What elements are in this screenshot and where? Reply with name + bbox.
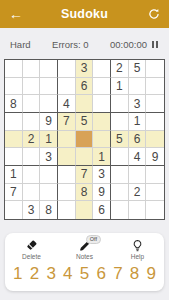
grid-cell-r6c4[interactable]: [58, 148, 76, 166]
grid-cell-r1c1[interactable]: [5, 60, 23, 78]
grid-cell-r2c4[interactable]: [58, 78, 76, 96]
grid-cell-r2c2[interactable]: [23, 78, 41, 96]
grid-cell-r7c1[interactable]: 1: [5, 166, 23, 184]
help-label: Help: [131, 253, 144, 260]
page-title: Sudoku: [0, 7, 169, 21]
grid-cell-r4c4[interactable]: 7: [58, 113, 76, 131]
grid-cell-r6c1[interactable]: [5, 148, 23, 166]
grid-cell-r7c7[interactable]: [111, 166, 129, 184]
grid-cell-r8c1[interactable]: 7: [5, 184, 23, 202]
grid-cell-r4c2[interactable]: [23, 113, 41, 131]
grid-cell-r9c7[interactable]: [111, 201, 129, 219]
grid-cell-r5c2[interactable]: 2: [23, 131, 41, 149]
grid-cell-r3c2[interactable]: [23, 95, 41, 113]
grid-cell-r5c6[interactable]: [93, 131, 111, 149]
grid-cell-r8c4[interactable]: [58, 184, 76, 202]
grid-cell-r6c6[interactable]: 1: [93, 148, 111, 166]
numpad-8[interactable]: 8: [130, 264, 139, 284]
grid-cell-r9c8[interactable]: [129, 201, 147, 219]
restart-icon[interactable]: [147, 8, 160, 21]
grid-cell-r5c7[interactable]: 5: [111, 131, 129, 149]
grid-cell-r6c8[interactable]: 4: [129, 148, 147, 166]
notes-button[interactable]: Off Notes: [68, 239, 102, 260]
toolbar: Delete Off Notes Help: [5, 239, 164, 260]
grid-cell-r1c3[interactable]: [40, 60, 58, 78]
number-pad: 123456789: [5, 264, 164, 284]
lightbulb-icon: [131, 239, 144, 252]
grid-cell-r1c6[interactable]: [93, 60, 111, 78]
back-arrow-icon[interactable]: ←: [9, 7, 25, 21]
control-panel: Delete Off Notes Help 123456789: [5, 233, 164, 291]
grid-cell-r9c2[interactable]: 3: [23, 201, 41, 219]
grid-cell-r9c1[interactable]: [5, 201, 23, 219]
grid-cell-r7c8[interactable]: [129, 166, 147, 184]
grid-cell-r6c3[interactable]: 3: [40, 148, 58, 166]
grid-cell-r9c6[interactable]: 6: [93, 201, 111, 219]
numpad-4[interactable]: 4: [63, 264, 72, 284]
numpad-2[interactable]: 2: [30, 264, 39, 284]
numpad-6[interactable]: 6: [96, 264, 105, 284]
grid-cell-r3c9[interactable]: [146, 95, 164, 113]
grid-cell-r9c9[interactable]: [146, 201, 164, 219]
grid-cell-r5c3[interactable]: 1: [40, 131, 58, 149]
numpad-3[interactable]: 3: [46, 264, 55, 284]
grid-cell-r1c2[interactable]: [23, 60, 41, 78]
grid-cell-r1c7[interactable]: 2: [111, 60, 129, 78]
grid-cell-r6c2[interactable]: [23, 148, 41, 166]
notes-off-badge: Off: [86, 235, 100, 244]
grid-cell-r2c3[interactable]: [40, 78, 58, 96]
grid-cell-r4c1[interactable]: [5, 113, 23, 131]
grid-cell-r5c1[interactable]: [5, 131, 23, 149]
grid-cell-r9c5[interactable]: [76, 201, 94, 219]
grid-cell-r7c5[interactable]: 7: [76, 166, 94, 184]
grid-cell-r7c6[interactable]: 3: [93, 166, 111, 184]
grid-cell-r8c2[interactable]: [23, 184, 41, 202]
delete-label: Delete: [22, 253, 41, 260]
notes-label: Notes: [76, 253, 93, 260]
grid-cell-r2c5[interactable]: 6: [76, 78, 94, 96]
grid-cell-r8c5[interactable]: 8: [76, 184, 94, 202]
sudoku-board: 325618439751215631491737892386: [4, 59, 165, 220]
grid-cell-r7c4[interactable]: [58, 166, 76, 184]
grid-cell-r4c3[interactable]: 9: [40, 113, 58, 131]
grid-cell-r8c8[interactable]: 2: [129, 184, 147, 202]
status-bar: Hard Errors: 0 00:00:00: [0, 39, 169, 50]
grid-cell-r3c8[interactable]: 3: [129, 95, 147, 113]
timer: 00:00:00: [110, 39, 147, 50]
grid-cell-r5c4[interactable]: [58, 131, 76, 149]
grid-cell-r5c5[interactable]: [76, 131, 94, 149]
eraser-icon: [25, 239, 38, 252]
grid-cell-r7c3[interactable]: [40, 166, 58, 184]
grid-cell-r3c3[interactable]: [40, 95, 58, 113]
grid-cell-r8c7[interactable]: [111, 184, 129, 202]
grid-cell-r8c3[interactable]: [40, 184, 58, 202]
numpad-7[interactable]: 7: [113, 264, 122, 284]
grid-cell-r2c1[interactable]: [5, 78, 23, 96]
grid-cell-r5c9[interactable]: [146, 131, 164, 149]
errors-value: 0: [83, 39, 88, 50]
grid-cell-r9c3[interactable]: 8: [40, 201, 58, 219]
grid-cell-r2c9[interactable]: [146, 78, 164, 96]
grid-cell-r3c5[interactable]: [76, 95, 94, 113]
grid-cell-r4c7[interactable]: [111, 113, 129, 131]
pause-button[interactable]: [151, 40, 159, 49]
numpad-5[interactable]: 5: [80, 264, 89, 284]
grid-cell-r3c4[interactable]: 4: [58, 95, 76, 113]
grid-cell-r4c9[interactable]: [146, 113, 164, 131]
grid-cell-r2c7[interactable]: 1: [111, 78, 129, 96]
numpad-9[interactable]: 9: [147, 264, 156, 284]
grid-cell-r6c9[interactable]: 9: [146, 148, 164, 166]
errors-counter: Errors: 0: [52, 39, 88, 50]
grid-cell-r2c8[interactable]: [129, 78, 147, 96]
errors-label: Errors:: [52, 39, 81, 50]
grid-cell-r9c4[interactable]: [58, 201, 76, 219]
grid-cell-r4c5[interactable]: 5: [76, 113, 94, 131]
grid-cell-r7c9[interactable]: [146, 166, 164, 184]
grid-cell-r8c6[interactable]: 9: [93, 184, 111, 202]
grid-cell-r1c9[interactable]: [146, 60, 164, 78]
grid-cell-r3c6[interactable]: [93, 95, 111, 113]
app-header: ← Sudoku: [0, 0, 169, 28]
grid-cell-r1c5[interactable]: 3: [76, 60, 94, 78]
grid-cell-r6c7[interactable]: [111, 148, 129, 166]
delete-button[interactable]: Delete: [15, 239, 49, 260]
grid-cell-r5c8[interactable]: 6: [129, 131, 147, 149]
grid-cell-r4c6[interactable]: [93, 113, 111, 131]
grid-cell-r1c8[interactable]: 5: [129, 60, 147, 78]
difficulty-label: Hard: [10, 39, 31, 50]
grid-cell-r7c2[interactable]: [23, 166, 41, 184]
grid-cell-r6c5[interactable]: [76, 148, 94, 166]
grid-cell-r2c6[interactable]: [93, 78, 111, 96]
help-button[interactable]: Help: [121, 239, 155, 260]
grid-cell-r3c7[interactable]: [111, 95, 129, 113]
grid-cell-r3c1[interactable]: 8: [5, 95, 23, 113]
grid-cell-r1c4[interactable]: [58, 60, 76, 78]
grid-cell-r8c9[interactable]: [146, 184, 164, 202]
numpad-1[interactable]: 1: [13, 264, 22, 284]
grid-cell-r4c8[interactable]: 1: [129, 113, 147, 131]
